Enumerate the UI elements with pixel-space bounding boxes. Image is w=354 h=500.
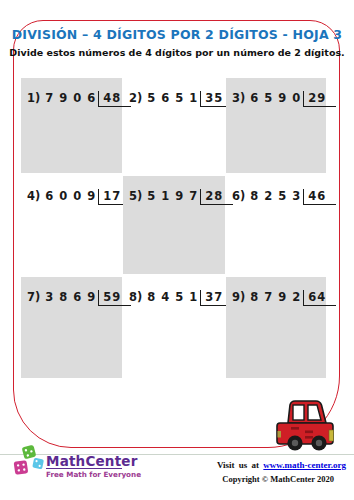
- problem-number: 3): [232, 91, 245, 105]
- dividend: 5 1 9 7: [147, 189, 198, 203]
- divisor: 46: [303, 189, 336, 205]
- problem-number: 1): [27, 91, 40, 105]
- website-link[interactable]: www.math-center.org: [263, 460, 346, 470]
- problem-cell-1: 1)7 9 0 648: [21, 78, 122, 173]
- problem-cell-7: 7)3 8 6 959: [21, 277, 122, 378]
- problem-number: 5): [129, 189, 142, 203]
- problem-number: 6): [232, 189, 245, 203]
- page-subtitle: Divide estos números de 4 dígitos por un…: [0, 47, 354, 58]
- toy-car-icon: [274, 397, 336, 452]
- problem-cell-3: 3)6 5 9 029: [226, 78, 326, 173]
- problem-cell-4: 4)6 0 0 917: [21, 176, 122, 274]
- brand-name: MathCenter: [46, 453, 138, 469]
- problem-number: 7): [27, 290, 40, 304]
- dividend: 5 6 5 1: [147, 91, 198, 105]
- problems-grid: 1)7 9 0 648 2)5 6 5 135 3)6 5 9 029 4)6 …: [21, 78, 326, 378]
- page-title: DIVISIÓN – 4 DÍGITOS POR 2 DÍGITOS - HOJ…: [0, 27, 354, 42]
- copyright-text: Copyright © MathCenter 2020: [222, 474, 334, 484]
- dividend: 7 9 0 6: [45, 91, 96, 105]
- dividend: 8 2 5 3: [250, 189, 301, 203]
- dividend: 6 5 9 0: [250, 91, 301, 105]
- dice-logo-icon: [12, 443, 48, 477]
- brand-tagline: Free Math for Everyone: [46, 470, 141, 479]
- visit-text: Visit us at: [217, 460, 259, 470]
- dividend: 8 7 9 2: [250, 290, 301, 304]
- problem-cell-9: 9)8 7 9 264: [226, 277, 326, 378]
- brand-underline: [46, 468, 122, 469]
- problem-cell-6: 6)8 2 5 346: [226, 176, 326, 274]
- dividend: 8 4 5 1: [147, 290, 198, 304]
- dividend: 3 8 6 9: [45, 290, 96, 304]
- problem-number: 2): [129, 91, 142, 105]
- problem-cell-5: 5)5 1 9 728: [123, 176, 225, 274]
- problem-cell-2: 2)5 6 5 135: [123, 78, 225, 173]
- dividend: 6 0 0 9: [45, 189, 96, 203]
- divisor: 29: [303, 91, 336, 107]
- visit-line: Visit us at www.math-center.org: [217, 460, 346, 470]
- divisor: 64: [303, 290, 336, 306]
- problem-number: 4): [27, 189, 40, 203]
- problem-number: 9): [232, 290, 245, 304]
- problem-number: 8): [129, 290, 142, 304]
- problem-cell-8: 8)8 4 5 137: [123, 277, 225, 378]
- worksheet-page: DIVISIÓN – 4 DÍGITOS POR 2 DÍGITOS - HOJ…: [0, 0, 354, 500]
